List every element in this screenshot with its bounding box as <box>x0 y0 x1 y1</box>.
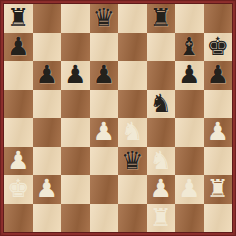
square-b2[interactable]: ♟ <box>33 175 62 204</box>
square-f2[interactable]: ♟ <box>147 175 176 204</box>
black-bishop: ♝ <box>178 33 200 61</box>
square-d3[interactable] <box>90 147 119 176</box>
black-queen: ♛ <box>93 4 115 32</box>
square-h7[interactable]: ♚ <box>204 33 233 62</box>
white-king: ♚ <box>7 175 29 203</box>
square-a5[interactable] <box>4 90 33 119</box>
black-pawn: ♟ <box>207 61 229 89</box>
square-d2[interactable] <box>90 175 119 204</box>
square-f3[interactable]: ♞ <box>147 147 176 176</box>
black-pawn: ♟ <box>93 61 115 89</box>
black-rook: ♜ <box>150 4 172 32</box>
square-c6[interactable]: ♟ <box>61 61 90 90</box>
square-g5[interactable] <box>175 90 204 119</box>
square-a2[interactable]: ♚ <box>4 175 33 204</box>
square-e5[interactable] <box>118 90 147 119</box>
square-b8[interactable] <box>33 4 62 33</box>
square-c2[interactable] <box>61 175 90 204</box>
white-knight: ♞ <box>150 147 172 175</box>
black-pawn: ♟ <box>178 61 200 89</box>
square-c5[interactable] <box>61 90 90 119</box>
square-g4[interactable] <box>175 118 204 147</box>
square-g6[interactable]: ♟ <box>175 61 204 90</box>
square-a1[interactable] <box>4 204 33 233</box>
square-c4[interactable] <box>61 118 90 147</box>
square-a4[interactable] <box>4 118 33 147</box>
square-h2[interactable]: ♜ <box>204 175 233 204</box>
square-d7[interactable] <box>90 33 119 62</box>
square-a6[interactable] <box>4 61 33 90</box>
black-pawn: ♟ <box>7 33 29 61</box>
square-c3[interactable] <box>61 147 90 176</box>
square-h8[interactable] <box>204 4 233 33</box>
square-d1[interactable] <box>90 204 119 233</box>
square-g1[interactable] <box>175 204 204 233</box>
square-e7[interactable] <box>118 33 147 62</box>
square-e4[interactable]: ♞ <box>118 118 147 147</box>
white-pawn: ♟ <box>207 118 229 146</box>
white-rook: ♜ <box>150 204 172 232</box>
square-b6[interactable]: ♟ <box>33 61 62 90</box>
square-d6[interactable]: ♟ <box>90 61 119 90</box>
square-b7[interactable] <box>33 33 62 62</box>
square-g3[interactable] <box>175 147 204 176</box>
square-h5[interactable] <box>204 90 233 119</box>
square-f8[interactable]: ♜ <box>147 4 176 33</box>
square-h3[interactable] <box>204 147 233 176</box>
white-pawn: ♟ <box>178 175 200 203</box>
square-h4[interactable]: ♟ <box>204 118 233 147</box>
square-b1[interactable] <box>33 204 62 233</box>
white-pawn: ♟ <box>150 175 172 203</box>
square-g2[interactable]: ♟ <box>175 175 204 204</box>
white-rook: ♜ <box>207 175 229 203</box>
square-f6[interactable] <box>147 61 176 90</box>
square-d8[interactable]: ♛ <box>90 4 119 33</box>
square-f7[interactable] <box>147 33 176 62</box>
white-knight: ♞ <box>121 118 143 146</box>
black-rook: ♜ <box>7 4 29 32</box>
square-e1[interactable] <box>118 204 147 233</box>
square-h1[interactable] <box>204 204 233 233</box>
square-f5[interactable]: ♞ <box>147 90 176 119</box>
square-g7[interactable]: ♝ <box>175 33 204 62</box>
black-queen: ♛ <box>121 147 143 175</box>
square-f4[interactable] <box>147 118 176 147</box>
black-king: ♚ <box>207 33 229 61</box>
square-e3[interactable]: ♛ <box>118 147 147 176</box>
square-e2[interactable] <box>118 175 147 204</box>
square-b5[interactable] <box>33 90 62 119</box>
square-a8[interactable]: ♜ <box>4 4 33 33</box>
white-pawn: ♟ <box>36 175 58 203</box>
black-pawn: ♟ <box>36 61 58 89</box>
square-a3[interactable]: ♟ <box>4 147 33 176</box>
chess-board: ♜♛♜♟♝♚♟♟♟♟♟♞♟♞♟♟♛♞♚♟♟♟♜♜ <box>4 4 232 232</box>
square-h6[interactable]: ♟ <box>204 61 233 90</box>
square-a7[interactable]: ♟ <box>4 33 33 62</box>
square-d5[interactable] <box>90 90 119 119</box>
square-c1[interactable] <box>61 204 90 233</box>
square-e8[interactable] <box>118 4 147 33</box>
black-pawn: ♟ <box>64 61 86 89</box>
square-d4[interactable]: ♟ <box>90 118 119 147</box>
square-f1[interactable]: ♜ <box>147 204 176 233</box>
square-c7[interactable] <box>61 33 90 62</box>
square-b4[interactable] <box>33 118 62 147</box>
square-e6[interactable] <box>118 61 147 90</box>
square-b3[interactable] <box>33 147 62 176</box>
black-knight: ♞ <box>150 90 172 118</box>
white-pawn: ♟ <box>7 147 29 175</box>
square-c8[interactable] <box>61 4 90 33</box>
white-pawn: ♟ <box>93 118 115 146</box>
board-frame: ♜♛♜♟♝♚♟♟♟♟♟♞♟♞♟♟♛♞♚♟♟♟♜♜ <box>0 0 236 236</box>
square-g8[interactable] <box>175 4 204 33</box>
